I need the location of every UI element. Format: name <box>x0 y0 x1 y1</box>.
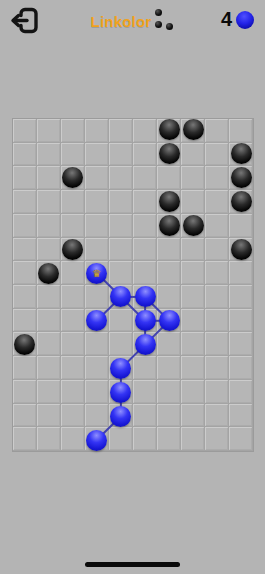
board-cell[interactable] <box>85 190 109 214</box>
board-cell[interactable] <box>13 166 37 190</box>
board-cell[interactable] <box>61 190 85 214</box>
black-ball[interactable] <box>38 263 59 284</box>
board-cell[interactable] <box>13 404 37 428</box>
blue-ball[interactable] <box>135 310 156 331</box>
home-indicator[interactable] <box>85 562 180 567</box>
board-cell[interactable] <box>205 238 229 262</box>
board-cell[interactable] <box>37 309 61 333</box>
board-cell[interactable] <box>181 356 205 380</box>
board-cell[interactable] <box>133 238 157 262</box>
board-cell[interactable] <box>109 190 133 214</box>
board-cell[interactable] <box>205 332 229 356</box>
board-cell[interactable] <box>13 309 37 333</box>
crown-icon: ♛ <box>86 264 107 285</box>
logo-ball-icon <box>155 9 162 16</box>
board-cell[interactable] <box>13 190 37 214</box>
board-cell[interactable] <box>133 356 157 380</box>
remaining-counter: 4 <box>221 8 254 31</box>
board-cell[interactable] <box>229 332 253 356</box>
board-cell[interactable] <box>229 119 253 143</box>
board-cell[interactable] <box>133 119 157 143</box>
board-cell[interactable] <box>229 309 253 333</box>
board-cell[interactable] <box>157 285 181 309</box>
board-cell[interactable] <box>157 356 181 380</box>
board-cell[interactable] <box>229 380 253 404</box>
board-cell[interactable] <box>85 285 109 309</box>
board-cell[interactable] <box>205 214 229 238</box>
board-cell[interactable] <box>181 332 205 356</box>
black-ball[interactable] <box>14 334 35 355</box>
blue-ball[interactable] <box>135 334 156 355</box>
board-cell[interactable] <box>205 261 229 285</box>
board-cell[interactable] <box>37 238 61 262</box>
board-cell[interactable] <box>205 309 229 333</box>
board-cell[interactable] <box>205 285 229 309</box>
board-cell[interactable] <box>61 356 85 380</box>
board-cell[interactable] <box>61 261 85 285</box>
board-cell[interactable] <box>109 238 133 262</box>
board-cell[interactable] <box>157 332 181 356</box>
exit-door-arrow-icon <box>9 7 39 34</box>
board-cell[interactable] <box>85 404 109 428</box>
board-cell[interactable] <box>157 427 181 451</box>
board-cell[interactable] <box>109 427 133 451</box>
board-cell[interactable] <box>181 380 205 404</box>
board-cell[interactable] <box>181 285 205 309</box>
board-cell[interactable] <box>85 380 109 404</box>
board-cell[interactable] <box>109 143 133 167</box>
board-cell[interactable] <box>181 427 205 451</box>
board-cell[interactable] <box>181 404 205 428</box>
board-cell[interactable] <box>133 404 157 428</box>
board-cell[interactable] <box>61 214 85 238</box>
board-cell[interactable] <box>133 190 157 214</box>
blue-ball[interactable] <box>86 430 107 451</box>
board-cell[interactable] <box>37 119 61 143</box>
board-cell[interactable] <box>61 404 85 428</box>
header: Linkolor 4 <box>0 0 265 42</box>
board-cell[interactable] <box>37 427 61 451</box>
board-cell[interactable] <box>61 285 85 309</box>
black-ball[interactable] <box>159 191 180 212</box>
board-cell[interactable] <box>13 261 37 285</box>
board-cell[interactable] <box>133 261 157 285</box>
board-cell[interactable] <box>13 143 37 167</box>
board-cell[interactable] <box>13 380 37 404</box>
board-cell[interactable] <box>181 238 205 262</box>
board-cell[interactable] <box>37 404 61 428</box>
board-cell[interactable] <box>205 166 229 190</box>
board-cell[interactable] <box>205 404 229 428</box>
black-ball[interactable] <box>183 215 204 236</box>
back-button[interactable] <box>9 7 39 34</box>
board-cell[interactable] <box>205 356 229 380</box>
board-cell[interactable] <box>109 119 133 143</box>
board-cell[interactable] <box>13 238 37 262</box>
logo-ball-icon <box>155 21 162 28</box>
board-cell[interactable] <box>37 332 61 356</box>
board-cell[interactable] <box>157 261 181 285</box>
board-cell[interactable] <box>85 143 109 167</box>
board-cell[interactable] <box>61 380 85 404</box>
blue-ball-icon <box>236 11 254 29</box>
board-cell[interactable] <box>37 285 61 309</box>
board-cell[interactable] <box>13 119 37 143</box>
board-cell[interactable] <box>37 166 61 190</box>
board-cell[interactable] <box>13 285 37 309</box>
board-cell[interactable] <box>181 261 205 285</box>
board-cell[interactable] <box>229 427 253 451</box>
board-cell[interactable] <box>13 214 37 238</box>
board-cell[interactable] <box>85 214 109 238</box>
board-cell[interactable] <box>37 190 61 214</box>
board-cell[interactable] <box>133 214 157 238</box>
board-cell[interactable] <box>37 380 61 404</box>
blue-ball[interactable] <box>159 310 180 331</box>
board-cell[interactable] <box>133 427 157 451</box>
board-cell[interactable] <box>157 166 181 190</box>
board-cell[interactable] <box>109 261 133 285</box>
black-ball[interactable] <box>62 167 83 188</box>
board-cell[interactable] <box>109 309 133 333</box>
board-cell[interactable] <box>37 143 61 167</box>
board-cell[interactable] <box>229 285 253 309</box>
board-cell[interactable] <box>133 380 157 404</box>
board-cell[interactable] <box>61 143 85 167</box>
page-title: Linkolor <box>91 13 152 30</box>
board-cell[interactable] <box>133 166 157 190</box>
board-cell[interactable] <box>229 404 253 428</box>
board-cell[interactable] <box>181 143 205 167</box>
black-ball[interactable] <box>159 215 180 236</box>
board-cell[interactable] <box>13 356 37 380</box>
board-cell[interactable] <box>13 427 37 451</box>
board-cell[interactable] <box>181 309 205 333</box>
board-cell[interactable] <box>85 166 109 190</box>
board-cell[interactable] <box>61 332 85 356</box>
board-cell[interactable] <box>37 356 61 380</box>
board-cell[interactable] <box>109 214 133 238</box>
board-cell[interactable] <box>205 143 229 167</box>
three-balls-logo-icon <box>154 9 174 35</box>
board-cell[interactable] <box>229 356 253 380</box>
board-cell[interactable] <box>109 332 133 356</box>
board-cell[interactable] <box>85 332 109 356</box>
board-cell[interactable] <box>37 214 61 238</box>
board-cell[interactable] <box>229 261 253 285</box>
black-ball[interactable] <box>159 143 180 164</box>
board-cell[interactable] <box>61 427 85 451</box>
board-cell[interactable] <box>205 427 229 451</box>
board-cell[interactable] <box>205 190 229 214</box>
board-cell[interactable] <box>229 214 253 238</box>
board-cell[interactable] <box>109 166 133 190</box>
board-cell[interactable] <box>61 309 85 333</box>
blue-crown-ball[interactable]: ♛ <box>86 263 107 284</box>
game-board[interactable] <box>12 118 254 452</box>
board-cell[interactable] <box>181 166 205 190</box>
board-cell[interactable] <box>157 238 181 262</box>
blue-ball[interactable] <box>135 286 156 307</box>
board-cell[interactable] <box>85 238 109 262</box>
board-cell[interactable] <box>205 380 229 404</box>
remaining-count: 4 <box>221 8 232 31</box>
board-cell[interactable] <box>157 380 181 404</box>
logo-ball-icon <box>166 23 173 30</box>
black-ball[interactable] <box>62 239 83 260</box>
board-cell[interactable] <box>133 143 157 167</box>
board-cell[interactable] <box>205 119 229 143</box>
blue-ball[interactable] <box>110 406 131 427</box>
board-cell[interactable] <box>85 119 109 143</box>
board-cell[interactable] <box>157 404 181 428</box>
board-cell[interactable] <box>181 190 205 214</box>
black-ball[interactable] <box>231 239 252 260</box>
board-cell[interactable] <box>85 356 109 380</box>
board-cell[interactable] <box>61 119 85 143</box>
